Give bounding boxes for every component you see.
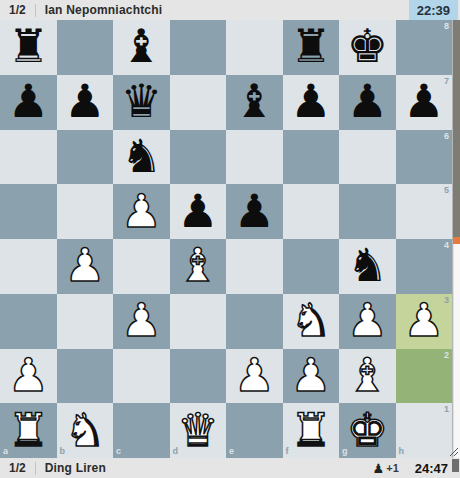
square-a1[interactable]: ♜a xyxy=(0,403,57,458)
scrollbar-track-top[interactable] xyxy=(453,20,460,237)
piece-white-queen[interactable]: ♛ xyxy=(177,407,218,453)
rank-label-6: 6 xyxy=(444,132,449,141)
square-c6[interactable]: ♞ xyxy=(113,130,170,185)
scrollbar[interactable] xyxy=(452,20,460,458)
rank-label-1: 1 xyxy=(444,405,449,414)
piece-white-rook[interactable]: ♜ xyxy=(290,407,331,453)
square-b2[interactable] xyxy=(57,349,114,404)
square-b4[interactable]: ♟ xyxy=(57,239,114,294)
square-d2[interactable] xyxy=(170,349,227,404)
piece-black-pawn[interactable]: ♟ xyxy=(347,78,388,124)
square-h2[interactable]: 2 xyxy=(396,349,453,404)
piece-black-pawn[interactable]: ♟ xyxy=(290,78,331,124)
square-b3[interactable] xyxy=(57,294,114,349)
rank-label-3: 3 xyxy=(444,296,449,305)
square-e3[interactable] xyxy=(226,294,283,349)
square-c3[interactable]: ♟ xyxy=(113,294,170,349)
square-b5[interactable] xyxy=(57,184,114,239)
square-h5[interactable]: 5 xyxy=(396,184,453,239)
square-e8[interactable] xyxy=(226,20,283,75)
square-c2[interactable] xyxy=(113,349,170,404)
square-e1[interactable]: e xyxy=(226,403,283,458)
square-d4[interactable]: ♝ xyxy=(170,239,227,294)
resize-grip-icon[interactable] xyxy=(448,447,459,457)
square-a3[interactable] xyxy=(0,294,57,349)
square-e6[interactable] xyxy=(226,130,283,185)
piece-white-bishop[interactable]: ♝ xyxy=(177,242,218,288)
piece-black-king[interactable]: ♚ xyxy=(347,23,388,69)
piece-black-rook[interactable]: ♜ xyxy=(290,23,331,69)
square-b8[interactable] xyxy=(57,20,114,75)
square-h6[interactable]: 6 xyxy=(396,130,453,185)
square-f6[interactable] xyxy=(283,130,340,185)
piece-white-rook[interactable]: ♜ xyxy=(8,407,49,453)
square-a6[interactable] xyxy=(0,130,57,185)
bottom-player-clock: 24:47 xyxy=(407,458,456,478)
black-pawn-icon: ♟ xyxy=(373,462,385,475)
square-c7[interactable]: ♛ xyxy=(113,75,170,130)
bottom-player-bar: 1/2 Ding Liren ♟ +1 24:47 xyxy=(0,458,460,478)
rank-label-4: 4 xyxy=(444,241,449,250)
rank-label-5: 5 xyxy=(444,186,449,195)
square-c4[interactable] xyxy=(113,239,170,294)
piece-black-pawn[interactable]: ♟ xyxy=(234,188,275,234)
square-h1[interactable]: 1h xyxy=(396,403,453,458)
rank-label-2: 2 xyxy=(444,351,449,360)
piece-black-bishop[interactable]: ♝ xyxy=(234,78,275,124)
square-d1[interactable]: ♛d xyxy=(170,403,227,458)
bottom-player-score: 1/2 xyxy=(0,461,35,475)
scrollbar-thumb[interactable] xyxy=(453,237,460,244)
rank-label-8: 8 xyxy=(444,22,449,31)
piece-black-knight[interactable]: ♞ xyxy=(121,133,162,179)
piece-white-pawn[interactable]: ♟ xyxy=(8,352,49,398)
square-a8[interactable]: ♜ xyxy=(0,20,57,75)
square-c8[interactable]: ♝ xyxy=(113,20,170,75)
piece-black-rook[interactable]: ♜ xyxy=(8,23,49,69)
square-d8[interactable] xyxy=(170,20,227,75)
square-a7[interactable]: ♟ xyxy=(0,75,57,130)
square-h8[interactable]: 8 xyxy=(396,20,453,75)
square-g7[interactable]: ♟ xyxy=(339,75,396,130)
square-e2[interactable]: ♟ xyxy=(226,349,283,404)
square-c5[interactable]: ♟ xyxy=(113,184,170,239)
material-balance: ♟ +1 xyxy=(373,462,399,475)
file-label-h: h xyxy=(399,447,405,456)
square-d7[interactable] xyxy=(170,75,227,130)
square-e7[interactable]: ♝ xyxy=(226,75,283,130)
material-value: +1 xyxy=(386,462,399,474)
piece-white-pawn[interactable]: ♟ xyxy=(290,352,331,398)
square-b7[interactable]: ♟ xyxy=(57,75,114,130)
square-g8[interactable]: ♚ xyxy=(339,20,396,75)
piece-black-queen[interactable]: ♛ xyxy=(121,78,162,124)
divider xyxy=(35,4,36,17)
piece-white-knight[interactable]: ♞ xyxy=(64,407,105,453)
top-player-score: 1/2 xyxy=(0,3,35,17)
piece-white-pawn[interactable]: ♟ xyxy=(403,297,444,343)
piece-black-pawn[interactable]: ♟ xyxy=(177,188,218,234)
piece-black-pawn[interactable]: ♟ xyxy=(403,78,444,124)
bottom-player-name: Ding Liren xyxy=(45,461,106,475)
file-label-e: e xyxy=(229,447,234,456)
square-g5[interactable] xyxy=(339,184,396,239)
piece-black-bishop[interactable]: ♝ xyxy=(121,23,162,69)
piece-white-pawn[interactable]: ♟ xyxy=(64,242,105,288)
square-d6[interactable] xyxy=(170,130,227,185)
piece-white-pawn[interactable]: ♟ xyxy=(121,188,162,234)
square-a4[interactable] xyxy=(0,239,57,294)
piece-white-pawn[interactable]: ♟ xyxy=(121,297,162,343)
square-f3[interactable]: ♞ xyxy=(283,294,340,349)
top-player-bar: 1/2 Ian Nepomniachtchi 22:39 xyxy=(0,0,460,20)
square-f5[interactable] xyxy=(283,184,340,239)
top-player-clock: 22:39 xyxy=(409,0,458,20)
square-f8[interactable]: ♜ xyxy=(283,20,340,75)
square-h7[interactable]: ♟7 xyxy=(396,75,453,130)
piece-white-knight[interactable]: ♞ xyxy=(290,297,331,343)
scrollbar-track-bottom[interactable] xyxy=(453,244,460,458)
square-a5[interactable] xyxy=(0,184,57,239)
piece-white-pawn[interactable]: ♟ xyxy=(347,297,388,343)
board-area: ♜♝♜♚8♟♟♛♝♟♟♟7♞6♟♟♟5♟♝♞4♟♞♟♟3♟♟♟♝2♜a♞bc♛d… xyxy=(0,20,460,458)
file-label-b: b xyxy=(60,447,66,456)
square-f4[interactable] xyxy=(283,239,340,294)
square-h4[interactable]: 4 xyxy=(396,239,453,294)
square-g6[interactable] xyxy=(339,130,396,185)
square-a2[interactable]: ♟ xyxy=(0,349,57,404)
square-f2[interactable]: ♟ xyxy=(283,349,340,404)
divider xyxy=(35,462,36,475)
square-b1[interactable]: ♞b xyxy=(57,403,114,458)
square-e4[interactable] xyxy=(226,239,283,294)
chess-board[interactable]: ♜♝♜♚8♟♟♛♝♟♟♟7♞6♟♟♟5♟♝♞4♟♞♟♟3♟♟♟♝2♜a♞bc♛d… xyxy=(0,20,452,458)
square-f1[interactable]: ♜f xyxy=(283,403,340,458)
square-f7[interactable]: ♟ xyxy=(283,75,340,130)
piece-white-pawn[interactable]: ♟ xyxy=(234,352,275,398)
rank-label-7: 7 xyxy=(444,77,449,86)
piece-white-bishop[interactable]: ♝ xyxy=(347,352,388,398)
chess-app-window: 1/2 Ian Nepomniachtchi 22:39 ♜♝♜♚8♟♟♛♝♟♟… xyxy=(0,0,460,478)
file-label-a: a xyxy=(3,447,8,456)
square-e5[interactable]: ♟ xyxy=(226,184,283,239)
file-label-g: g xyxy=(342,447,348,456)
piece-white-king[interactable]: ♚ xyxy=(347,407,388,453)
square-g2[interactable]: ♝ xyxy=(339,349,396,404)
square-d5[interactable]: ♟ xyxy=(170,184,227,239)
square-g1[interactable]: ♚g xyxy=(339,403,396,458)
file-label-c: c xyxy=(116,447,121,456)
square-h3[interactable]: ♟3 xyxy=(396,294,453,349)
square-b6[interactable] xyxy=(57,130,114,185)
top-player-name: Ian Nepomniachtchi xyxy=(45,3,163,17)
square-d3[interactable] xyxy=(170,294,227,349)
scrollbar-endcap[interactable] xyxy=(452,459,459,472)
square-g4[interactable]: ♞ xyxy=(339,239,396,294)
piece-black-knight[interactable]: ♞ xyxy=(347,242,388,288)
square-g3[interactable]: ♟ xyxy=(339,294,396,349)
piece-black-pawn[interactable]: ♟ xyxy=(8,78,49,124)
file-label-f: f xyxy=(286,447,289,456)
piece-black-pawn[interactable]: ♟ xyxy=(64,78,105,124)
square-c1[interactable]: c xyxy=(113,403,170,458)
file-label-d: d xyxy=(173,447,179,456)
